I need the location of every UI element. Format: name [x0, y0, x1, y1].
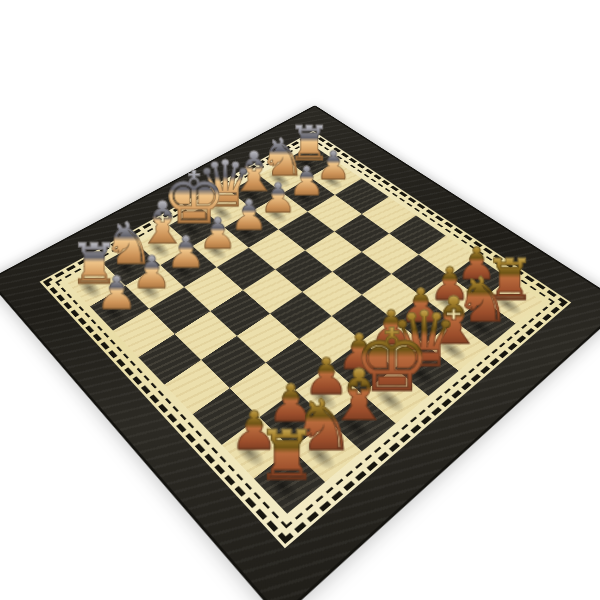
product-photo-scene: ♜♟♟♜♞♟♟♞♝♟♟♝♛♟♟♛♚♟♟♚♝♟♟♝♞♟♟♞♜♟♟♜: [0, 0, 600, 600]
piece-brass-rook: ♜: [256, 422, 317, 490]
squares-grid: ♜♟♟♜♞♟♟♞♝♟♟♝♛♟♟♛♚♟♟♚♝♟♟♝♞♟♟♞♜♟♟♜: [67, 145, 542, 514]
square-e5: [270, 292, 331, 339]
chess-board: ♜♟♟♜♞♟♟♞♝♟♟♝♛♟♟♛♚♟♟♚♝♟♟♝♞♟♟♞♜♟♟♜: [0, 105, 600, 600]
maple-border-frame: ♜♟♟♜♞♟♟♞♝♟♟♝♛♟♟♛♚♟♟♚♝♟♟♝♞♟♟♞♜♟♟♜: [40, 131, 572, 548]
